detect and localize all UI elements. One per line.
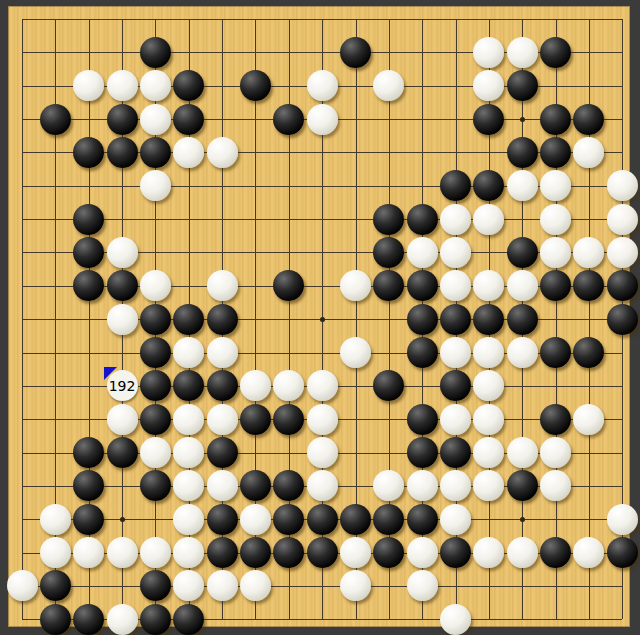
white-stone (240, 570, 271, 601)
black-stone (73, 270, 104, 301)
black-stone (273, 504, 304, 535)
black-stone (507, 70, 538, 101)
black-stone (573, 104, 604, 135)
white-stone (273, 370, 304, 401)
white-stone (173, 404, 204, 435)
black-stone (40, 104, 71, 135)
black-stone (273, 404, 304, 435)
white-stone (307, 437, 338, 468)
black-stone (440, 304, 471, 335)
black-stone (407, 504, 438, 535)
black-stone (540, 137, 571, 168)
black-stone (573, 270, 604, 301)
white-stone (607, 237, 638, 268)
black-stone (607, 270, 638, 301)
black-stone (73, 137, 104, 168)
white-stone (173, 504, 204, 535)
white-stone (540, 170, 571, 201)
white-stone (40, 504, 71, 535)
white-stone (507, 537, 538, 568)
white-stone (140, 170, 171, 201)
white-stone (440, 504, 471, 535)
white-stone (307, 404, 338, 435)
white-stone (507, 337, 538, 368)
hoshi-point (120, 517, 125, 522)
white-stone (307, 470, 338, 501)
white-stone (173, 537, 204, 568)
white-stone (407, 537, 438, 568)
black-stone (507, 304, 538, 335)
white-stone (540, 470, 571, 501)
white-stone (540, 237, 571, 268)
white-stone (473, 437, 504, 468)
black-stone (140, 470, 171, 501)
white-stone (440, 404, 471, 435)
white-stone (340, 337, 371, 368)
black-stone (440, 437, 471, 468)
black-stone (507, 137, 538, 168)
white-stone (173, 570, 204, 601)
white-stone (307, 70, 338, 101)
white-stone (440, 270, 471, 301)
black-stone (373, 270, 404, 301)
black-stone (73, 504, 104, 535)
black-stone (207, 304, 238, 335)
black-stone (540, 337, 571, 368)
grid-line-vertical (22, 19, 23, 619)
white-stone (607, 170, 638, 201)
white-stone (207, 470, 238, 501)
white-stone (107, 70, 138, 101)
white-stone (140, 270, 171, 301)
white-stone (40, 537, 71, 568)
white-stone (73, 537, 104, 568)
black-stone (207, 437, 238, 468)
black-stone (407, 337, 438, 368)
black-stone (573, 337, 604, 368)
white-stone (440, 237, 471, 268)
black-stone (540, 104, 571, 135)
black-stone (207, 537, 238, 568)
black-stone (240, 537, 271, 568)
white-stone (173, 137, 204, 168)
black-stone (140, 604, 171, 635)
black-stone (73, 470, 104, 501)
black-stone (73, 237, 104, 268)
black-stone (540, 537, 571, 568)
black-stone (373, 204, 404, 235)
white-stone (207, 270, 238, 301)
white-stone (140, 537, 171, 568)
black-stone (440, 170, 471, 201)
black-stone (273, 104, 304, 135)
black-stone (407, 404, 438, 435)
black-stone (407, 304, 438, 335)
white-stone (507, 270, 538, 301)
white-stone (473, 37, 504, 68)
white-stone (340, 570, 371, 601)
black-stone (273, 270, 304, 301)
white-stone (473, 404, 504, 435)
white-stone (540, 437, 571, 468)
white-stone (573, 137, 604, 168)
black-stone (473, 104, 504, 135)
white-stone (440, 204, 471, 235)
black-stone (540, 404, 571, 435)
white-stone (207, 137, 238, 168)
white-stone (473, 337, 504, 368)
white-stone (340, 270, 371, 301)
black-stone (173, 604, 204, 635)
black-stone (140, 570, 171, 601)
go-board[interactable]: 192 (8, 6, 630, 627)
white-stone (373, 70, 404, 101)
black-stone (273, 470, 304, 501)
white-stone (507, 437, 538, 468)
white-stone (73, 70, 104, 101)
white-stone (440, 470, 471, 501)
white-stone (207, 570, 238, 601)
white-stone (507, 170, 538, 201)
move-number-label: 192 (107, 370, 138, 401)
white-stone (240, 370, 271, 401)
black-stone (207, 504, 238, 535)
white-stone (473, 204, 504, 235)
white-stone (107, 237, 138, 268)
white-stone (507, 37, 538, 68)
white-stone (440, 337, 471, 368)
white-stone (607, 204, 638, 235)
black-stone (140, 404, 171, 435)
white-stone (473, 370, 504, 401)
black-stone (40, 604, 71, 635)
black-stone (140, 337, 171, 368)
black-stone (173, 304, 204, 335)
white-stone (307, 370, 338, 401)
white-stone (573, 404, 604, 435)
black-stone (273, 537, 304, 568)
white-stone (140, 70, 171, 101)
black-stone (473, 304, 504, 335)
white-stone (440, 604, 471, 635)
white-stone (173, 470, 204, 501)
white-stone (373, 470, 404, 501)
white-stone (540, 204, 571, 235)
white-stone (173, 337, 204, 368)
white-stone (473, 70, 504, 101)
black-stone (173, 370, 204, 401)
white-stone (107, 304, 138, 335)
black-stone (340, 504, 371, 535)
white-stone (7, 570, 38, 601)
white-stone (140, 437, 171, 468)
white-stone (573, 537, 604, 568)
black-stone (473, 170, 504, 201)
white-stone (340, 537, 371, 568)
white-stone (473, 470, 504, 501)
white-stone (207, 404, 238, 435)
white-stone (107, 604, 138, 635)
black-stone (407, 204, 438, 235)
black-stone (107, 270, 138, 301)
black-stone (373, 504, 404, 535)
black-stone (73, 204, 104, 235)
black-stone (240, 70, 271, 101)
black-stone (540, 37, 571, 68)
white-stone (173, 437, 204, 468)
black-stone (373, 370, 404, 401)
black-stone (540, 270, 571, 301)
white-stone (107, 404, 138, 435)
black-stone (140, 37, 171, 68)
white-stone (573, 237, 604, 268)
black-stone (507, 237, 538, 268)
black-stone (240, 404, 271, 435)
black-stone (607, 537, 638, 568)
black-stone (373, 237, 404, 268)
black-stone (107, 437, 138, 468)
black-stone (107, 104, 138, 135)
black-stone (307, 504, 338, 535)
black-stone (173, 70, 204, 101)
black-stone (340, 37, 371, 68)
black-stone (607, 304, 638, 335)
white-stone (473, 537, 504, 568)
black-stone (40, 570, 71, 601)
black-stone (407, 437, 438, 468)
white-stone (307, 104, 338, 135)
black-stone (73, 604, 104, 635)
black-stone (140, 137, 171, 168)
white-stone (207, 337, 238, 368)
black-stone (73, 437, 104, 468)
white-stone (607, 504, 638, 535)
white-stone (240, 504, 271, 535)
black-stone (307, 537, 338, 568)
black-stone (107, 137, 138, 168)
white-stone (107, 537, 138, 568)
black-stone (173, 104, 204, 135)
black-stone (140, 370, 171, 401)
white-stone (407, 570, 438, 601)
black-stone (240, 470, 271, 501)
hoshi-point (520, 117, 525, 122)
hoshi-point (520, 517, 525, 522)
last-move-stone: 192 (107, 370, 138, 401)
black-stone (440, 370, 471, 401)
white-stone (140, 104, 171, 135)
black-stone (440, 537, 471, 568)
black-stone (207, 370, 238, 401)
white-stone (407, 237, 438, 268)
white-stone (407, 470, 438, 501)
black-stone (507, 470, 538, 501)
hoshi-point (320, 317, 325, 322)
black-stone (407, 270, 438, 301)
black-stone (373, 537, 404, 568)
black-stone (140, 304, 171, 335)
white-stone (473, 270, 504, 301)
